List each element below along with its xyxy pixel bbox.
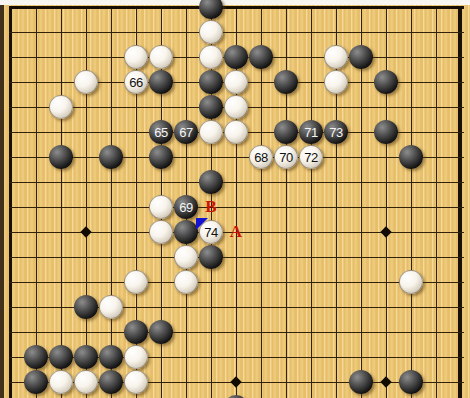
stone-white bbox=[149, 220, 173, 244]
stone-black bbox=[174, 220, 198, 244]
stone-white bbox=[199, 120, 223, 144]
grid-line-h bbox=[9, 157, 464, 158]
stone-white bbox=[149, 45, 173, 69]
stone-black bbox=[274, 120, 298, 144]
grid-line-v bbox=[436, 6, 437, 398]
grid-line-v bbox=[111, 6, 112, 398]
stone-white bbox=[149, 195, 173, 219]
move-number: 66 bbox=[129, 76, 142, 89]
stone-white bbox=[224, 120, 248, 144]
stone-black bbox=[249, 45, 273, 69]
stone-white bbox=[324, 45, 348, 69]
stone-black bbox=[224, 45, 248, 69]
grid-line-v bbox=[36, 6, 37, 398]
stone-black bbox=[399, 145, 423, 169]
grid-line-h bbox=[9, 282, 464, 283]
stone-white: 70 bbox=[274, 145, 298, 169]
move-number: 73 bbox=[329, 126, 342, 139]
board-left-edge-shadow bbox=[0, 5, 4, 398]
move-number: 71 bbox=[304, 126, 317, 139]
move-number: 67 bbox=[179, 126, 192, 139]
stone-white bbox=[49, 370, 73, 394]
grid-line-v bbox=[311, 6, 312, 398]
stone-black bbox=[274, 70, 298, 94]
stone-white bbox=[99, 295, 123, 319]
stone-white: 66 bbox=[124, 70, 148, 94]
stone-black bbox=[199, 70, 223, 94]
move-number: 68 bbox=[254, 151, 267, 164]
grid-line-h bbox=[9, 257, 464, 258]
grid-line-v bbox=[386, 6, 387, 398]
stone-white bbox=[124, 45, 148, 69]
stone-black bbox=[49, 345, 73, 369]
grid-line-v bbox=[286, 6, 287, 398]
page-top-strip bbox=[0, 0, 470, 5]
stone-black bbox=[399, 370, 423, 394]
stone-white bbox=[74, 70, 98, 94]
stone-black bbox=[99, 370, 123, 394]
stone-black bbox=[24, 370, 48, 394]
stone-black bbox=[149, 320, 173, 344]
grid-line-v bbox=[9, 6, 12, 398]
point-label-a: A bbox=[225, 221, 247, 243]
move-number: 72 bbox=[304, 151, 317, 164]
stone-black: 67 bbox=[174, 120, 198, 144]
grid-line-h bbox=[9, 332, 464, 333]
grid-line-h bbox=[9, 6, 464, 9]
stone-white bbox=[124, 370, 148, 394]
stone-black: 65 bbox=[149, 120, 173, 144]
stone-black bbox=[149, 145, 173, 169]
go-board-diagram[interactable]: 66656771736870726974AB bbox=[0, 0, 470, 398]
stone-black bbox=[99, 345, 123, 369]
stone-white bbox=[224, 95, 248, 119]
grid-line-h bbox=[9, 182, 464, 183]
stone-black bbox=[24, 345, 48, 369]
grid-line-h bbox=[9, 32, 464, 33]
stone-black: 71 bbox=[299, 120, 323, 144]
stone-black bbox=[374, 70, 398, 94]
stone-white bbox=[199, 45, 223, 69]
grid-line-v bbox=[61, 6, 62, 398]
move-number: 70 bbox=[279, 151, 292, 164]
grid-line-h bbox=[9, 207, 464, 208]
stone-white bbox=[224, 70, 248, 94]
move-number: 65 bbox=[154, 126, 167, 139]
stone-white bbox=[124, 345, 148, 369]
grid-line-v bbox=[411, 6, 412, 398]
grid-line-v bbox=[86, 6, 87, 398]
stone-black bbox=[74, 345, 98, 369]
stone-black bbox=[199, 170, 223, 194]
stone-black bbox=[124, 320, 148, 344]
stone-white bbox=[399, 270, 423, 294]
stone-white bbox=[74, 370, 98, 394]
stone-white bbox=[174, 245, 198, 269]
last-move-marker-triangle bbox=[196, 218, 208, 230]
point-label-b: B bbox=[200, 196, 222, 218]
stone-black bbox=[199, 245, 223, 269]
stone-black bbox=[99, 145, 123, 169]
stone-white bbox=[49, 95, 73, 119]
stone-black bbox=[374, 120, 398, 144]
stone-black bbox=[149, 70, 173, 94]
stone-white bbox=[174, 270, 198, 294]
stone-black: 73 bbox=[324, 120, 348, 144]
stone-black bbox=[349, 45, 373, 69]
stone-black bbox=[74, 295, 98, 319]
stone-black: 69 bbox=[174, 195, 198, 219]
stone-white: 68 bbox=[249, 145, 273, 169]
stone-white bbox=[199, 20, 223, 44]
stone-black bbox=[349, 370, 373, 394]
stone-white bbox=[124, 270, 148, 294]
stone-black bbox=[49, 145, 73, 169]
stone-black bbox=[199, 95, 223, 119]
stone-white: 72 bbox=[299, 145, 323, 169]
grid-line-v bbox=[458, 6, 462, 398]
move-number: 69 bbox=[179, 201, 192, 214]
stone-white bbox=[324, 70, 348, 94]
